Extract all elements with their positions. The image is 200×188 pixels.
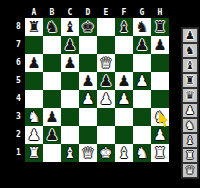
piece-black-pawn: ♟ xyxy=(99,72,112,90)
square-d4[interactable]: ♟ xyxy=(79,90,97,108)
square-f2[interactable] xyxy=(115,126,133,144)
square-e2[interactable] xyxy=(97,126,115,144)
square-g6[interactable] xyxy=(133,54,151,72)
square-d6[interactable] xyxy=(79,54,97,72)
tray-item-white-pawn[interactable]: ♟ xyxy=(182,103,198,118)
square-c3[interactable] xyxy=(61,108,79,126)
square-a7[interactable] xyxy=(25,36,43,54)
rank-label-3: 3 xyxy=(14,108,23,126)
square-d8[interactable]: ♚ xyxy=(79,18,97,36)
rank-label-6: 6 xyxy=(14,54,23,72)
square-c6[interactable]: ♟ xyxy=(61,54,79,72)
file-label-f: F xyxy=(115,8,133,17)
piece-white-pawn: ♟ xyxy=(99,90,112,108)
square-h6[interactable] xyxy=(151,54,169,72)
piece-black-pawn: ♟ xyxy=(135,36,148,54)
piece-black-rook: ♜ xyxy=(153,18,166,36)
piece-white-rook: ♜ xyxy=(27,144,40,162)
rank-label-4: 4 xyxy=(14,90,23,108)
piece-black-pawn: ♟ xyxy=(45,108,58,126)
square-c4[interactable] xyxy=(61,90,79,108)
file-label-d: D xyxy=(79,8,97,17)
square-g8[interactable]: ♞ xyxy=(133,18,151,36)
black-rook-icon: ♜ xyxy=(185,74,195,87)
piece-white-king: ♚ xyxy=(99,144,112,162)
square-e1[interactable]: ♚ xyxy=(97,144,115,162)
rank-labels: 87654321 xyxy=(14,18,23,162)
piece-white-pawn: ♟ xyxy=(27,126,40,144)
square-f4[interactable]: ♟ xyxy=(115,90,133,108)
piece-white-pawn: ♟ xyxy=(117,90,130,108)
square-b1[interactable] xyxy=(43,144,61,162)
piece-white-bishop: ♝ xyxy=(63,144,76,162)
square-h8[interactable]: ♜ xyxy=(151,18,169,36)
square-d7[interactable] xyxy=(79,36,97,54)
black-bishop-icon: ♝ xyxy=(185,59,195,72)
square-c2[interactable] xyxy=(61,126,79,144)
square-a4[interactable] xyxy=(25,90,43,108)
square-d3[interactable] xyxy=(79,108,97,126)
square-d2[interactable] xyxy=(79,126,97,144)
black-knight-icon: ♞ xyxy=(185,44,195,57)
square-e7[interactable] xyxy=(97,36,115,54)
rank-label-8: 8 xyxy=(14,18,23,36)
chess-board[interactable]: ♜♞♝♚♝♞♜♟♟♟♟♟♛♟♟♟♟♟♟♟♞♟♞♟♟♟♜♝♛♚♝♞♜ xyxy=(25,18,169,162)
piece-white-pawn: ♟ xyxy=(153,126,166,144)
piece-black-pawn: ♟ xyxy=(81,72,94,90)
square-b2[interactable]: ♟ xyxy=(43,126,61,144)
piece-black-bishop: ♝ xyxy=(63,18,76,36)
piece-black-pawn: ♟ xyxy=(153,36,166,54)
square-b7[interactable] xyxy=(43,36,61,54)
square-c7[interactable]: ♟ xyxy=(61,36,79,54)
piece-white-rook: ♜ xyxy=(153,144,166,162)
tray-item-white-knight[interactable]: ♞ xyxy=(182,118,198,133)
rank-label-7: 7 xyxy=(14,36,23,54)
square-g4[interactable] xyxy=(133,90,151,108)
tray-item-white-rook[interactable]: ♜ xyxy=(182,148,198,163)
white-bishop-icon: ♝ xyxy=(185,134,195,147)
square-c5[interactable] xyxy=(61,72,79,90)
square-e5[interactable]: ♟ xyxy=(97,72,115,90)
square-f3[interactable] xyxy=(115,108,133,126)
square-d1[interactable]: ♛ xyxy=(79,144,97,162)
square-f1[interactable]: ♝ xyxy=(115,144,133,162)
piece-tray[interactable]: ♟♞♝♜♛♟♞♝♜♛ xyxy=(181,27,199,179)
square-g1[interactable]: ♞ xyxy=(133,144,151,162)
square-d5[interactable]: ♟ xyxy=(79,72,97,90)
rank-label-2: 2 xyxy=(14,126,23,144)
square-b3[interactable]: ♟ xyxy=(43,108,61,126)
square-g7[interactable]: ♟ xyxy=(133,36,151,54)
tray-item-white-queen[interactable]: ♛ xyxy=(182,163,198,178)
square-h7[interactable]: ♟ xyxy=(151,36,169,54)
piece-black-knight: ♞ xyxy=(135,18,148,36)
piece-black-rook: ♜ xyxy=(27,18,40,36)
tray-item-black-pawn[interactable]: ♟ xyxy=(182,28,198,43)
square-e3[interactable] xyxy=(97,108,115,126)
tray-item-black-rook[interactable]: ♜ xyxy=(182,73,198,88)
piece-white-knight: ♞ xyxy=(27,108,40,126)
piece-black-pawn: ♟ xyxy=(27,54,40,72)
square-f5[interactable]: ♟ xyxy=(115,72,133,90)
piece-white-bishop: ♝ xyxy=(117,144,130,162)
white-knight-icon: ♞ xyxy=(185,119,195,132)
square-g3[interactable] xyxy=(133,108,151,126)
piece-white-queen: ♛ xyxy=(81,144,94,162)
piece-black-pawn: ♟ xyxy=(45,126,58,144)
rank-label-5: 5 xyxy=(14,72,23,90)
piece-white-pawn: ♟ xyxy=(135,72,148,90)
game-screen: ABCDEFGH 87654321 ♜♞♝♚♝♞♜♟♟♟♟♟♛♟♟♟♟♟♟♟♞♟… xyxy=(0,0,200,188)
file-label-g: G xyxy=(133,8,151,17)
piece-white-pawn: ♟ xyxy=(81,90,94,108)
square-h1[interactable]: ♜ xyxy=(151,144,169,162)
file-label-b: B xyxy=(43,8,61,17)
square-f7[interactable] xyxy=(115,36,133,54)
square-e8[interactable] xyxy=(97,18,115,36)
piece-black-pawn: ♟ xyxy=(63,54,76,72)
square-b8[interactable]: ♞ xyxy=(43,18,61,36)
piece-black-pawn: ♟ xyxy=(63,36,76,54)
tray-item-black-queen[interactable]: ♛ xyxy=(182,88,198,103)
rank-label-1: 1 xyxy=(14,144,23,162)
square-g2[interactable] xyxy=(133,126,151,144)
file-label-a: A xyxy=(25,8,43,17)
white-rook-icon: ♜ xyxy=(185,149,195,162)
piece-black-pawn: ♟ xyxy=(117,72,130,90)
file-label-h: H xyxy=(151,8,169,17)
piece-white-knight: ♞ xyxy=(135,144,148,162)
square-f6[interactable] xyxy=(115,54,133,72)
black-pawn-icon: ♟ xyxy=(185,29,195,42)
square-g5[interactable]: ♟ xyxy=(133,72,151,90)
piece-black-bishop: ♝ xyxy=(117,18,130,36)
square-a8[interactable]: ♜ xyxy=(25,18,43,36)
square-c8[interactable]: ♝ xyxy=(61,18,79,36)
tray-item-black-knight[interactable]: ♞ xyxy=(182,43,198,58)
file-label-c: C xyxy=(61,8,79,17)
square-a2[interactable]: ♟ xyxy=(25,126,43,144)
square-a3[interactable]: ♞ xyxy=(25,108,43,126)
square-h5[interactable] xyxy=(151,72,169,90)
file-labels: ABCDEFGH xyxy=(25,8,169,17)
square-h2[interactable]: ♟ xyxy=(151,126,169,144)
square-e4[interactable]: ♟ xyxy=(97,90,115,108)
tray-item-white-bishop[interactable]: ♝ xyxy=(182,133,198,148)
square-b4[interactable] xyxy=(43,90,61,108)
white-pawn-icon: ♟ xyxy=(185,104,195,117)
square-a6[interactable]: ♟ xyxy=(25,54,43,72)
square-b6[interactable] xyxy=(43,54,61,72)
piece-black-knight: ♞ xyxy=(45,18,58,36)
file-label-e: E xyxy=(97,8,115,17)
square-f8[interactable]: ♝ xyxy=(115,18,133,36)
square-b5[interactable] xyxy=(43,72,61,90)
square-c1[interactable]: ♝ xyxy=(61,144,79,162)
square-e6[interactable]: ♛ xyxy=(97,54,115,72)
black-queen-icon: ♛ xyxy=(185,89,195,102)
square-h4[interactable] xyxy=(151,90,169,108)
tray-item-black-bishop[interactable]: ♝ xyxy=(182,58,198,73)
piece-black-king: ♚ xyxy=(81,18,94,36)
square-a5[interactable] xyxy=(25,72,43,90)
white-queen-icon: ♛ xyxy=(185,164,195,177)
piece-white-queen: ♛ xyxy=(99,54,112,72)
square-a1[interactable]: ♜ xyxy=(25,144,43,162)
